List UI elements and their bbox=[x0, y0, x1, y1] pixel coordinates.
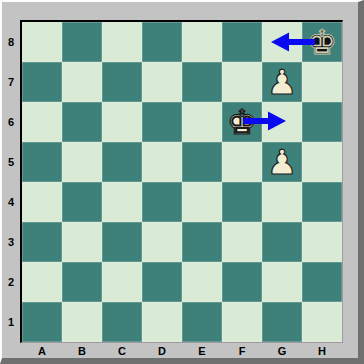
file-labels: ABCDEFGH bbox=[22, 343, 342, 359]
square-b6[interactable] bbox=[62, 102, 102, 142]
square-e5[interactable] bbox=[182, 142, 222, 182]
file-label-h: H bbox=[302, 343, 342, 359]
square-d1[interactable] bbox=[142, 302, 182, 342]
square-b7[interactable] bbox=[62, 62, 102, 102]
square-e1[interactable] bbox=[182, 302, 222, 342]
square-d2[interactable] bbox=[142, 262, 182, 302]
file-label-b: B bbox=[62, 343, 102, 359]
black-king[interactable]: ♚ bbox=[302, 22, 342, 62]
file-label-f: F bbox=[222, 343, 262, 359]
square-h1[interactable] bbox=[302, 302, 342, 342]
square-g1[interactable] bbox=[262, 302, 302, 342]
white-pawn[interactable]: ♟ bbox=[262, 142, 302, 182]
square-c3[interactable] bbox=[102, 222, 142, 262]
square-b8[interactable] bbox=[62, 22, 102, 62]
square-g6[interactable] bbox=[262, 102, 302, 142]
white-pawn[interactable]: ♟ bbox=[262, 62, 302, 102]
rank-label-8: 8 bbox=[2, 22, 20, 62]
square-d7[interactable] bbox=[142, 62, 182, 102]
square-a1[interactable] bbox=[22, 302, 62, 342]
square-f1[interactable] bbox=[222, 302, 262, 342]
square-a8[interactable] bbox=[22, 22, 62, 62]
rank-label-6: 6 bbox=[2, 102, 20, 142]
board-frame: ♚♟♚♟ bbox=[20, 20, 343, 343]
square-d6[interactable] bbox=[142, 102, 182, 142]
square-h3[interactable] bbox=[302, 222, 342, 262]
square-c4[interactable] bbox=[102, 182, 142, 222]
square-b3[interactable] bbox=[62, 222, 102, 262]
square-e8[interactable] bbox=[182, 22, 222, 62]
square-g7[interactable]: ♟ bbox=[262, 62, 302, 102]
rank-label-4: 4 bbox=[2, 182, 20, 222]
square-g4[interactable] bbox=[262, 182, 302, 222]
square-c8[interactable] bbox=[102, 22, 142, 62]
square-g3[interactable] bbox=[262, 222, 302, 262]
square-a5[interactable] bbox=[22, 142, 62, 182]
square-h7[interactable] bbox=[302, 62, 342, 102]
square-b4[interactable] bbox=[62, 182, 102, 222]
file-label-a: A bbox=[22, 343, 62, 359]
square-d3[interactable] bbox=[142, 222, 182, 262]
file-label-c: C bbox=[102, 343, 142, 359]
file-label-e: E bbox=[182, 343, 222, 359]
square-d4[interactable] bbox=[142, 182, 182, 222]
square-h4[interactable] bbox=[302, 182, 342, 222]
rank-label-1: 1 bbox=[2, 302, 20, 342]
square-g5[interactable]: ♟ bbox=[262, 142, 302, 182]
chess-board-panel: 87654321 ABCDEFGH ♚♟♚♟ bbox=[0, 0, 364, 364]
square-f6[interactable]: ♚ bbox=[222, 102, 262, 142]
rank-label-7: 7 bbox=[2, 62, 20, 102]
square-a3[interactable] bbox=[22, 222, 62, 262]
square-f8[interactable] bbox=[222, 22, 262, 62]
square-e7[interactable] bbox=[182, 62, 222, 102]
square-h6[interactable] bbox=[302, 102, 342, 142]
rank-label-3: 3 bbox=[2, 222, 20, 262]
rank-label-5: 5 bbox=[2, 142, 20, 182]
square-a6[interactable] bbox=[22, 102, 62, 142]
square-d5[interactable] bbox=[142, 142, 182, 182]
square-h5[interactable] bbox=[302, 142, 342, 182]
square-f4[interactable] bbox=[222, 182, 262, 222]
square-h2[interactable] bbox=[302, 262, 342, 302]
square-f3[interactable] bbox=[222, 222, 262, 262]
square-a7[interactable] bbox=[22, 62, 62, 102]
square-b5[interactable] bbox=[62, 142, 102, 182]
square-e6[interactable] bbox=[182, 102, 222, 142]
square-a2[interactable] bbox=[22, 262, 62, 302]
file-label-g: G bbox=[262, 343, 302, 359]
square-e3[interactable] bbox=[182, 222, 222, 262]
rank-label-2: 2 bbox=[2, 262, 20, 302]
square-c5[interactable] bbox=[102, 142, 142, 182]
square-h8[interactable]: ♚ bbox=[302, 22, 342, 62]
square-b2[interactable] bbox=[62, 262, 102, 302]
square-c1[interactable] bbox=[102, 302, 142, 342]
square-c7[interactable] bbox=[102, 62, 142, 102]
board: ♚♟♚♟ bbox=[22, 22, 342, 342]
square-g8[interactable] bbox=[262, 22, 302, 62]
white-king[interactable]: ♚ bbox=[222, 102, 262, 142]
square-f2[interactable] bbox=[222, 262, 262, 302]
square-f5[interactable] bbox=[222, 142, 262, 182]
square-g2[interactable] bbox=[262, 262, 302, 302]
square-f7[interactable] bbox=[222, 62, 262, 102]
square-e4[interactable] bbox=[182, 182, 222, 222]
square-e2[interactable] bbox=[182, 262, 222, 302]
square-c2[interactable] bbox=[102, 262, 142, 302]
square-a4[interactable] bbox=[22, 182, 62, 222]
square-d8[interactable] bbox=[142, 22, 182, 62]
file-label-d: D bbox=[142, 343, 182, 359]
rank-labels: 87654321 bbox=[2, 22, 20, 342]
square-b1[interactable] bbox=[62, 302, 102, 342]
square-c6[interactable] bbox=[102, 102, 142, 142]
